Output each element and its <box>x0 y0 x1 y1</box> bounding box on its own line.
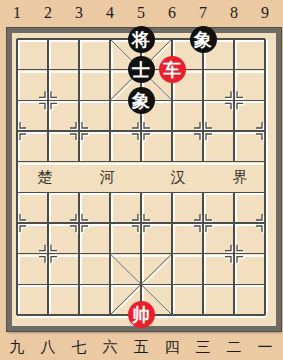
piece-black-elephant[interactable]: 象 <box>128 87 155 114</box>
file-label: 9 <box>250 2 280 24</box>
file-label: 8 <box>219 2 249 24</box>
file-label: 2 <box>33 2 63 24</box>
bottom-file-labels: 九八七六五四三二一 <box>0 336 283 358</box>
piece-black-elephant[interactable]: 象 <box>190 26 217 53</box>
file-label: 六 <box>95 336 125 358</box>
piece-black-advisor[interactable]: 士 <box>128 56 155 83</box>
file-label: 3 <box>64 2 94 24</box>
board-surface: 楚河汉界 将象士车象帅 <box>12 33 276 326</box>
file-label: 7 <box>188 2 218 24</box>
file-label: 二 <box>219 336 249 358</box>
file-label: 1 <box>2 2 32 24</box>
file-label: 九 <box>2 336 32 358</box>
xiangqi-app: 123456789 楚河汉界 将象士车象帅 九八七六五四三二一 <box>0 0 283 360</box>
file-label: 4 <box>95 2 125 24</box>
piece-red-general[interactable]: 帅 <box>128 301 155 328</box>
file-label: 五 <box>126 336 156 358</box>
file-label: 5 <box>126 2 156 24</box>
xiangqi-board[interactable]: 楚河汉界 将象士车象帅 <box>7 28 281 331</box>
file-label: 一 <box>250 336 280 358</box>
top-file-labels: 123456789 <box>0 2 283 24</box>
file-label: 七 <box>64 336 94 358</box>
file-label: 三 <box>188 336 218 358</box>
file-label: 6 <box>157 2 187 24</box>
pieces-grid: 将象士车象帅 <box>2 24 281 331</box>
piece-red-chariot[interactable]: 车 <box>159 56 186 83</box>
file-label: 八 <box>33 336 63 358</box>
file-label: 四 <box>157 336 187 358</box>
piece-black-general[interactable]: 将 <box>128 26 155 53</box>
